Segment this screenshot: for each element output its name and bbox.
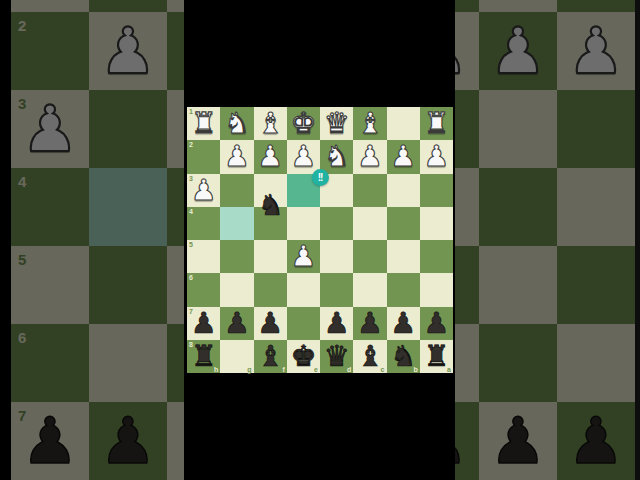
square-d2[interactable]: ♞ [320, 140, 353, 173]
file-coordinate-h: h [214, 366, 218, 373]
square-c2[interactable]: ♟ [353, 140, 386, 173]
video-frame: 1♜♞♝♚♛♝♜2♟♟♟♞♟♟♟3♟♞45♟67♟♟♟♟♟♟♟8♜♝♚♛♝♞♜ … [0, 0, 640, 480]
file-coordinate-g: g [247, 366, 251, 373]
square-h7[interactable]: 7♟ [187, 307, 220, 340]
black-knight[interactable]: ♞ [390, 342, 416, 371]
square-b7[interactable]: ♟ [387, 307, 420, 340]
white-queen[interactable]: ♛ [324, 109, 350, 138]
square-c3[interactable] [353, 174, 386, 207]
square-g5[interactable] [220, 240, 253, 273]
black-pawn[interactable]: ♟ [324, 309, 350, 338]
square-b2[interactable]: ♟ [387, 140, 420, 173]
square-b6[interactable] [387, 273, 420, 306]
square-c4[interactable] [353, 207, 386, 240]
square-c6[interactable] [353, 273, 386, 306]
square-a6[interactable] [420, 273, 453, 306]
square-h4[interactable]: 4 [187, 207, 220, 240]
white-pawn[interactable]: ♟ [191, 176, 217, 205]
square-h2[interactable]: 2 [187, 140, 220, 173]
file-coordinate-d: d [347, 366, 351, 373]
square-f8[interactable]: f♝ [254, 340, 287, 373]
rank-coordinate-7: 7 [189, 308, 193, 315]
square-b4[interactable] [387, 207, 420, 240]
square-d5[interactable] [320, 240, 353, 273]
square-a4[interactable] [420, 207, 453, 240]
rank-coordinate-4: 4 [189, 208, 193, 215]
black-pawn[interactable]: ♟ [257, 309, 283, 338]
square-d1[interactable]: ♛ [320, 107, 353, 140]
square-f1[interactable]: ♝ [254, 107, 287, 140]
chess-board[interactable]: ♞ !! 1♜♞♝♚♛♝♜2♟♟♟♞♟♟♟3♟45♟67♟♟♟♟♟♟♟8h♜gf… [187, 107, 453, 373]
rank-coordinate-6: 6 [189, 274, 193, 281]
brilliant-move-badge: !! [312, 169, 329, 186]
square-a2[interactable]: ♟ [420, 140, 453, 173]
square-d7[interactable]: ♟ [320, 307, 353, 340]
black-rook[interactable]: ♜ [423, 342, 449, 371]
square-d4[interactable] [320, 207, 353, 240]
letterbox-left-bar [0, 0, 11, 480]
black-knight-moving-g4-e3[interactable]: ♞ [254, 189, 287, 222]
white-pawn[interactable]: ♟ [257, 142, 283, 171]
black-queen[interactable]: ♛ [324, 342, 350, 371]
square-h6[interactable]: 6 [187, 273, 220, 306]
square-h8[interactable]: 8h♜ [187, 340, 220, 373]
square-f2[interactable]: ♟ [254, 140, 287, 173]
white-pawn[interactable]: ♟ [357, 142, 383, 171]
black-bishop[interactable]: ♝ [357, 342, 383, 371]
white-king[interactable]: ♚ [290, 109, 316, 138]
square-d6[interactable] [320, 273, 353, 306]
square-e1[interactable]: ♚ [287, 107, 320, 140]
square-g8[interactable]: g [220, 340, 253, 373]
rank-coordinate-5: 5 [189, 241, 193, 248]
square-e7[interactable] [287, 307, 320, 340]
square-g2[interactable]: ♟ [220, 140, 253, 173]
white-knight[interactable]: ♞ [324, 142, 350, 171]
rank-coordinate-8: 8 [189, 341, 193, 348]
square-g3[interactable] [220, 174, 253, 207]
black-pawn[interactable]: ♟ [224, 309, 250, 338]
square-a7[interactable]: ♟ [420, 307, 453, 340]
white-bishop[interactable]: ♝ [357, 109, 383, 138]
white-pawn[interactable]: ♟ [390, 142, 416, 171]
file-coordinate-a: a [447, 366, 451, 373]
white-knight[interactable]: ♞ [224, 109, 250, 138]
square-f7[interactable]: ♟ [254, 307, 287, 340]
square-b5[interactable] [387, 240, 420, 273]
square-a1[interactable]: ♜ [420, 107, 453, 140]
square-b1[interactable] [387, 107, 420, 140]
square-e2[interactable]: ♟ [287, 140, 320, 173]
square-a3[interactable] [420, 174, 453, 207]
square-d8[interactable]: d♛ [320, 340, 353, 373]
square-e8[interactable]: e♚ [287, 340, 320, 373]
black-rook[interactable]: ♜ [191, 342, 217, 371]
file-coordinate-f: f [282, 366, 284, 373]
rank-coordinate-2: 2 [189, 141, 193, 148]
square-c7[interactable]: ♟ [353, 307, 386, 340]
white-pawn[interactable]: ♟ [290, 142, 316, 171]
black-pawn[interactable]: ♟ [423, 309, 449, 338]
square-c8[interactable]: c♝ [353, 340, 386, 373]
square-g7[interactable]: ♟ [220, 307, 253, 340]
square-h1[interactable]: 1♜ [187, 107, 220, 140]
square-e6[interactable] [287, 273, 320, 306]
white-pawn[interactable]: ♟ [290, 242, 316, 271]
square-c1[interactable]: ♝ [353, 107, 386, 140]
black-pawn[interactable]: ♟ [390, 309, 416, 338]
square-g6[interactable] [220, 273, 253, 306]
square-a5[interactable] [420, 240, 453, 273]
black-bishop[interactable]: ♝ [257, 342, 283, 371]
rank-coordinate-1: 1 [189, 108, 193, 115]
black-pawn[interactable]: ♟ [357, 309, 383, 338]
file-coordinate-e: e [314, 366, 318, 373]
white-pawn[interactable]: ♟ [423, 142, 449, 171]
file-coordinate-c: c [381, 366, 385, 373]
square-g1[interactable]: ♞ [220, 107, 253, 140]
file-coordinate-b: b [413, 366, 417, 373]
square-c5[interactable] [353, 240, 386, 273]
black-knight: ♞ [258, 191, 284, 220]
square-h5[interactable]: 5 [187, 240, 220, 273]
letterbox-right-bar [635, 0, 640, 480]
white-rook[interactable]: ♜ [423, 109, 449, 138]
white-rook[interactable]: ♜ [191, 109, 217, 138]
square-g4[interactable] [220, 207, 253, 240]
square-e4[interactable] [287, 207, 320, 240]
square-e5[interactable]: ♟ [287, 240, 320, 273]
white-bishop[interactable]: ♝ [257, 109, 283, 138]
square-h3[interactable]: 3♟ [187, 174, 220, 207]
square-b8[interactable]: b♞ [387, 340, 420, 373]
square-f5[interactable] [254, 240, 287, 273]
white-pawn[interactable]: ♟ [224, 142, 250, 171]
square-b3[interactable] [387, 174, 420, 207]
square-a8[interactable]: a♜ [420, 340, 453, 373]
square-f6[interactable] [254, 273, 287, 306]
black-king[interactable]: ♚ [290, 342, 316, 371]
black-pawn[interactable]: ♟ [191, 309, 217, 338]
rank-coordinate-3: 3 [189, 175, 193, 182]
